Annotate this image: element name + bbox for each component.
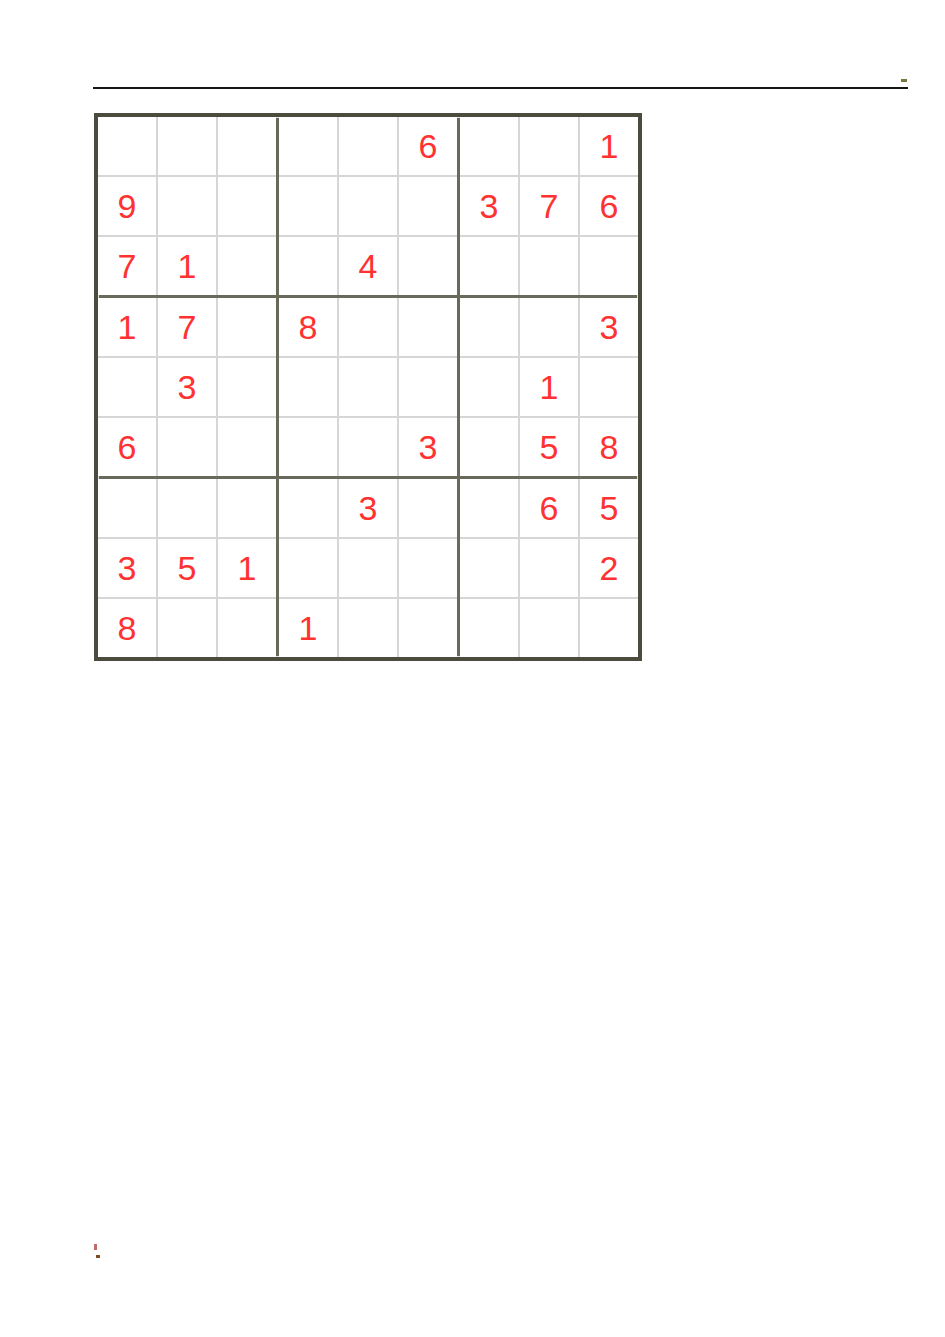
cell-r9c8[interactable] [520,599,578,657]
cell-r7c5[interactable]: 3 [339,479,397,537]
cell-r1c4[interactable] [279,117,337,175]
cell-r5c2[interactable]: 3 [158,358,216,416]
cell-r7c3[interactable] [218,479,276,537]
cell-r2c3[interactable] [218,177,276,235]
cell-r2c5[interactable] [339,177,397,235]
cell-r1c7[interactable] [460,117,518,175]
cell-r1c1[interactable] [98,117,156,175]
cell-r5c1[interactable] [98,358,156,416]
cell-r9c4[interactable]: 1 [279,599,337,657]
cell-r5c3[interactable] [218,358,276,416]
sudoku-board: 9716413761736833158351831652 [94,113,642,661]
cell-r8c1[interactable]: 3 [98,539,156,597]
cell-r8c6[interactable] [399,539,457,597]
cell-r8c3[interactable]: 1 [218,539,276,597]
cell-r6c5[interactable] [339,418,397,476]
cell-r2c8[interactable]: 7 [520,177,578,235]
cell-r3c3[interactable] [218,237,276,295]
cell-r6c9[interactable]: 8 [580,418,638,476]
cell-r4c2[interactable]: 7 [158,298,216,356]
cell-r7c6[interactable] [399,479,457,537]
cell-r3c7[interactable] [460,237,518,295]
box-1-3: 1376 [460,117,638,295]
cell-r9c6[interactable] [399,599,457,657]
cell-r9c1[interactable]: 8 [98,599,156,657]
cell-r7c4[interactable] [279,479,337,537]
print-artifact-dot [94,1244,97,1250]
cell-r4c6[interactable] [399,298,457,356]
cell-r3c9[interactable] [580,237,638,295]
cell-r1c6[interactable]: 6 [399,117,457,175]
cell-r1c5[interactable] [339,117,397,175]
cell-r7c9[interactable]: 5 [580,479,638,537]
cell-r2c9[interactable]: 6 [580,177,638,235]
cell-r7c2[interactable] [158,479,216,537]
cell-r4c9[interactable]: 3 [580,298,638,356]
cell-r4c4[interactable]: 8 [279,298,337,356]
box-3-3: 652 [460,479,638,657]
cell-r5c6[interactable] [399,358,457,416]
cell-r7c8[interactable]: 6 [520,479,578,537]
cell-r6c3[interactable] [218,418,276,476]
cell-r9c2[interactable] [158,599,216,657]
cell-r6c7[interactable] [460,418,518,476]
box-1-1: 971 [98,117,276,295]
cell-r7c1[interactable] [98,479,156,537]
cell-r9c5[interactable] [339,599,397,657]
cell-r8c2[interactable]: 5 [158,539,216,597]
cell-r6c4[interactable] [279,418,337,476]
cell-r9c7[interactable] [460,599,518,657]
cell-r5c8[interactable]: 1 [520,358,578,416]
cell-r4c1[interactable]: 1 [98,298,156,356]
cell-r4c8[interactable] [520,298,578,356]
cell-r9c9[interactable] [580,599,638,657]
print-artifact-dot [901,79,907,82]
cell-r2c6[interactable] [399,177,457,235]
box-2-2: 83 [279,298,457,476]
cell-r5c9[interactable] [580,358,638,416]
cell-r6c8[interactable]: 5 [520,418,578,476]
cell-r2c7[interactable]: 3 [460,177,518,235]
cell-r2c1[interactable]: 9 [98,177,156,235]
cell-r8c4[interactable] [279,539,337,597]
cell-r6c2[interactable] [158,418,216,476]
cell-r7c7[interactable] [460,479,518,537]
box-2-3: 3158 [460,298,638,476]
cell-r2c2[interactable] [158,177,216,235]
header-rule [93,87,908,89]
cell-r1c2[interactable] [158,117,216,175]
cell-r5c7[interactable] [460,358,518,416]
cell-r2c4[interactable] [279,177,337,235]
cell-r1c9[interactable]: 1 [580,117,638,175]
cell-r8c8[interactable] [520,539,578,597]
cell-r3c5[interactable]: 4 [339,237,397,295]
cell-r3c4[interactable] [279,237,337,295]
cell-r6c1[interactable]: 6 [98,418,156,476]
cell-r5c5[interactable] [339,358,397,416]
cell-r5c4[interactable] [279,358,337,416]
cell-r8c7[interactable] [460,539,518,597]
box-1-2: 64 [279,117,457,295]
cell-r4c3[interactable] [218,298,276,356]
cell-r1c8[interactable] [520,117,578,175]
box-2-1: 1736 [98,298,276,476]
cell-r4c7[interactable] [460,298,518,356]
cell-r9c3[interactable] [218,599,276,657]
cell-r3c6[interactable] [399,237,457,295]
cell-r6c6[interactable]: 3 [399,418,457,476]
cell-r3c1[interactable]: 7 [98,237,156,295]
box-3-1: 3518 [98,479,276,657]
box-3-2: 31 [279,479,457,657]
cell-r8c9[interactable]: 2 [580,539,638,597]
cell-r1c3[interactable] [218,117,276,175]
cell-r4c5[interactable] [339,298,397,356]
document-page: 9716413761736833158351831652 [0,0,945,1337]
cell-r3c2[interactable]: 1 [158,237,216,295]
print-artifact-dot [96,1255,100,1258]
cell-r3c8[interactable] [520,237,578,295]
cell-r8c5[interactable] [339,539,397,597]
